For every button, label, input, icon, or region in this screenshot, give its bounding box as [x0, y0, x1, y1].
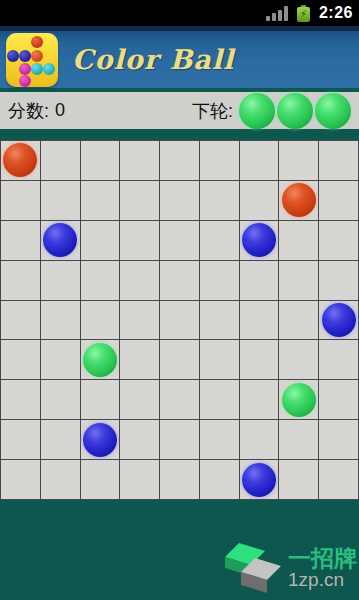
board-cell-r5-c2[interactable] [81, 340, 120, 379]
board-cell-r0-c5[interactable] [200, 141, 239, 180]
battery-charging-icon: ⚡ [297, 5, 310, 22]
board-cell-r0-c7[interactable] [279, 141, 318, 180]
board-cell-r1-c5[interactable] [200, 181, 239, 220]
board-cell-r0-c1[interactable] [41, 141, 80, 180]
board-cell-r3-c5[interactable] [200, 261, 239, 300]
signal-strength-icon [266, 6, 288, 21]
board-cell-r2-c5[interactable] [200, 221, 239, 260]
green-ball[interactable] [282, 383, 316, 417]
watermark: 一招牌 1zp.cn [224, 542, 357, 594]
board-cell-r7-c3[interactable] [120, 420, 159, 459]
board-cell-r3-c1[interactable] [41, 261, 80, 300]
board-cell-r2-c2[interactable] [81, 221, 120, 260]
board [0, 140, 359, 500]
board-cell-r4-c7[interactable] [279, 301, 318, 340]
next-ball-green [277, 93, 313, 129]
board-cell-r5-c3[interactable] [120, 340, 159, 379]
board-cell-r0-c0[interactable] [1, 141, 40, 180]
board-cell-r1-c7[interactable] [279, 181, 318, 220]
footer: 一招牌 1zp.cn [0, 500, 359, 600]
next-ball-green [315, 93, 351, 129]
board-cell-r6-c1[interactable] [41, 380, 80, 419]
board-cell-r3-c6[interactable] [240, 261, 279, 300]
board-cell-r0-c3[interactable] [120, 141, 159, 180]
red-ball[interactable] [3, 143, 37, 177]
app-header: Color Ball [0, 26, 359, 88]
board-cell-r3-c4[interactable] [160, 261, 199, 300]
score-value: 0 [55, 100, 65, 121]
board-cell-r1-c4[interactable] [160, 181, 199, 220]
board-cell-r5-c7[interactable] [279, 340, 318, 379]
board-cell-r3-c8[interactable] [319, 261, 358, 300]
status-clock: 2:26 [319, 4, 353, 22]
board-cell-r6-c6[interactable] [240, 380, 279, 419]
board-cell-r4-c2[interactable] [81, 301, 120, 340]
board-cell-r6-c4[interactable] [160, 380, 199, 419]
board-cell-r3-c0[interactable] [1, 261, 40, 300]
board-cell-r4-c6[interactable] [240, 301, 279, 340]
board-cell-r6-c0[interactable] [1, 380, 40, 419]
board-cell-r7-c7[interactable] [279, 420, 318, 459]
board-cell-r1-c1[interactable] [41, 181, 80, 220]
blue-ball[interactable] [242, 463, 276, 497]
score-group: 分数: 0 [8, 99, 65, 123]
board-cell-r5-c8[interactable] [319, 340, 358, 379]
board-cell-r0-c2[interactable] [81, 141, 120, 180]
board-cell-r7-c0[interactable] [1, 420, 40, 459]
board-cell-r2-c4[interactable] [160, 221, 199, 260]
board-cell-r0-c6[interactable] [240, 141, 279, 180]
next-group: 下轮: [192, 93, 351, 129]
app-screen: ⚡ 2:26 Color Ball 分数: 0 下轮: [0, 0, 359, 600]
board-cell-r8-c8[interactable] [319, 460, 358, 499]
board-cell-r3-c2[interactable] [81, 261, 120, 300]
board-cell-r7-c1[interactable] [41, 420, 80, 459]
watermark-brand: 一招牌 [288, 546, 357, 570]
blue-ball[interactable] [242, 223, 276, 257]
board-cell-r0-c4[interactable] [160, 141, 199, 180]
board-cell-r5-c1[interactable] [41, 340, 80, 379]
score-label: 分数: [8, 99, 49, 123]
cube-logo-icon [224, 542, 284, 594]
board-cell-r1-c3[interactable] [120, 181, 159, 220]
board-cell-r5-c4[interactable] [160, 340, 199, 379]
board-cell-r8-c0[interactable] [1, 460, 40, 499]
board-cell-r8-c2[interactable] [81, 460, 120, 499]
board-cell-r1-c8[interactable] [319, 181, 358, 220]
next-ball-green [239, 93, 275, 129]
board-cell-r6-c8[interactable] [319, 380, 358, 419]
board-cell-r8-c4[interactable] [160, 460, 199, 499]
app-title: Color Ball [72, 44, 234, 75]
red-ball[interactable] [282, 183, 316, 217]
blue-ball[interactable] [322, 303, 356, 337]
board-cell-r4-c0[interactable] [1, 301, 40, 340]
board-cell-r6-c2[interactable] [81, 380, 120, 419]
board-cell-r6-c3[interactable] [120, 380, 159, 419]
board-cell-r3-c7[interactable] [279, 261, 318, 300]
board-cell-r8-c1[interactable] [41, 460, 80, 499]
board-cell-r2-c7[interactable] [279, 221, 318, 260]
board-cell-r4-c4[interactable] [160, 301, 199, 340]
blue-ball[interactable] [83, 423, 117, 457]
color-ball-logo-icon [6, 33, 58, 87]
board-cell-r7-c4[interactable] [160, 420, 199, 459]
green-ball[interactable] [83, 343, 117, 377]
status-bar: ⚡ 2:26 [0, 0, 359, 26]
board-cell-r5-c6[interactable] [240, 340, 279, 379]
board-cell-r2-c8[interactable] [319, 221, 358, 260]
board-cell-r7-c5[interactable] [200, 420, 239, 459]
board-cell-r1-c6[interactable] [240, 181, 279, 220]
score-bar: 分数: 0 下轮: [0, 92, 359, 129]
board-cell-r2-c3[interactable] [120, 221, 159, 260]
board-cell-r1-c0[interactable] [1, 181, 40, 220]
board-cell-r4-c5[interactable] [200, 301, 239, 340]
board-cell-r4-c3[interactable] [120, 301, 159, 340]
board-cell-r7-c8[interactable] [319, 420, 358, 459]
board-cell-r5-c5[interactable] [200, 340, 239, 379]
board-cell-r8-c3[interactable] [120, 460, 159, 499]
board-cell-r8-c7[interactable] [279, 460, 318, 499]
board-cell-r0-c8[interactable] [319, 141, 358, 180]
board-cell-r7-c6[interactable] [240, 420, 279, 459]
board-cell-r2-c6[interactable] [240, 221, 279, 260]
board-cell-r6-c5[interactable] [200, 380, 239, 419]
next-round-label: 下轮: [192, 99, 233, 123]
board-cell-r4-c8[interactable] [319, 301, 358, 340]
board-cell-r8-c6[interactable] [240, 460, 279, 499]
board-cell-r5-c0[interactable] [1, 340, 40, 379]
blue-ball[interactable] [43, 223, 77, 257]
board-cell-r4-c1[interactable] [41, 301, 80, 340]
board-cell-r3-c3[interactable] [120, 261, 159, 300]
watermark-text: 一招牌 1zp.cn [288, 546, 357, 590]
board-cell-r8-c5[interactable] [200, 460, 239, 499]
board-cell-r2-c1[interactable] [41, 221, 80, 260]
board-cell-r7-c2[interactable] [81, 420, 120, 459]
watermark-domain: 1zp.cn [288, 570, 357, 590]
board-cell-r2-c0[interactable] [1, 221, 40, 260]
board-cell-r1-c2[interactable] [81, 181, 120, 220]
next-balls [239, 93, 351, 129]
board-cell-r6-c7[interactable] [279, 380, 318, 419]
